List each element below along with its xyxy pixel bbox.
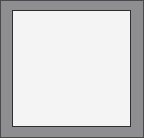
rank-labels-left [1, 10, 12, 127]
file-labels-top [12, 1, 131, 10]
file-labels-bottom [12, 127, 131, 137]
rank-labels-right [131, 10, 143, 127]
chess-board-diagram [0, 0, 144, 138]
squares-grid [15, 13, 128, 124]
board-frame [12, 10, 131, 127]
